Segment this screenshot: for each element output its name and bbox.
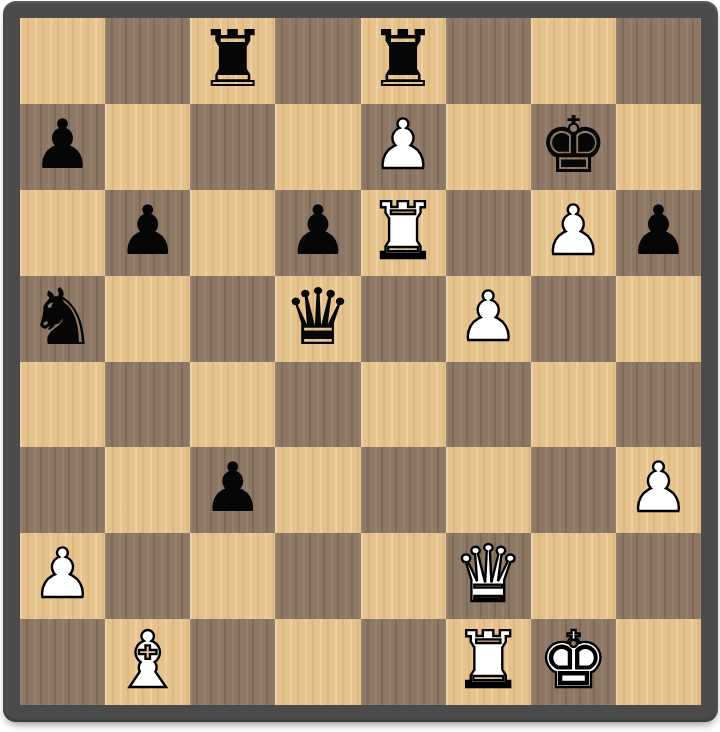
square-d6[interactable]: ♟ (275, 190, 360, 276)
white-rook-f1[interactable]: ♜ (453, 621, 523, 699)
square-d5[interactable]: ♛ (275, 276, 360, 362)
square-h5[interactable] (616, 276, 701, 362)
white-pawn-e7[interactable]: ♟ (373, 111, 434, 179)
square-f1[interactable]: ♜ (446, 619, 531, 705)
square-h2[interactable] (616, 533, 701, 619)
square-d2[interactable] (275, 533, 360, 619)
square-c4[interactable] (190, 362, 275, 448)
square-c3[interactable]: ♟ (190, 447, 275, 533)
board-frame: ♜♜♟♟♚♟♟♜♟♟♞♛♟♟♟♟♛♝♜♚ (3, 1, 718, 722)
square-h3[interactable]: ♟ (616, 447, 701, 533)
square-c8[interactable]: ♜ (190, 18, 275, 104)
square-a7[interactable]: ♟ (20, 104, 105, 190)
square-h4[interactable] (616, 362, 701, 448)
black-pawn-c3[interactable]: ♟ (202, 454, 263, 522)
square-g2[interactable] (531, 533, 616, 619)
square-a5[interactable]: ♞ (20, 276, 105, 362)
square-a3[interactable] (20, 447, 105, 533)
square-b3[interactable] (105, 447, 190, 533)
square-e4[interactable] (361, 362, 446, 448)
square-d3[interactable] (275, 447, 360, 533)
square-a8[interactable] (20, 18, 105, 104)
square-a1[interactable] (20, 619, 105, 705)
square-f3[interactable] (446, 447, 531, 533)
square-d7[interactable] (275, 104, 360, 190)
square-g7[interactable]: ♚ (531, 104, 616, 190)
square-b4[interactable] (105, 362, 190, 448)
square-d1[interactable] (275, 619, 360, 705)
square-a6[interactable] (20, 190, 105, 276)
square-b5[interactable] (105, 276, 190, 362)
square-e5[interactable] (361, 276, 446, 362)
square-e2[interactable] (361, 533, 446, 619)
white-bishop-b1[interactable]: ♝ (113, 621, 183, 699)
black-rook-c8[interactable]: ♜ (198, 20, 268, 98)
black-queen-d5[interactable]: ♛ (283, 278, 353, 356)
square-f8[interactable] (446, 18, 531, 104)
square-h8[interactable] (616, 18, 701, 104)
square-g3[interactable] (531, 447, 616, 533)
square-b2[interactable] (105, 533, 190, 619)
white-rook-e6[interactable]: ♜ (368, 192, 438, 270)
square-e6[interactable]: ♜ (361, 190, 446, 276)
square-h6[interactable]: ♟ (616, 190, 701, 276)
black-pawn-d6[interactable]: ♟ (287, 197, 348, 265)
square-a4[interactable] (20, 362, 105, 448)
square-d8[interactable] (275, 18, 360, 104)
square-g5[interactable] (531, 276, 616, 362)
square-b1[interactable]: ♝ (105, 619, 190, 705)
white-king-g1[interactable]: ♚ (538, 621, 608, 699)
white-pawn-h3[interactable]: ♟ (628, 454, 689, 522)
square-b7[interactable] (105, 104, 190, 190)
black-knight-a5[interactable]: ♞ (28, 278, 98, 356)
square-c6[interactable] (190, 190, 275, 276)
chess-board: ♜♜♟♟♚♟♟♜♟♟♞♛♟♟♟♟♛♝♜♚ (20, 18, 701, 705)
white-pawn-a2[interactable]: ♟ (32, 540, 93, 608)
black-rook-e8[interactable]: ♜ (368, 20, 438, 98)
black-king-g7[interactable]: ♚ (538, 106, 608, 184)
square-c5[interactable] (190, 276, 275, 362)
square-h7[interactable] (616, 104, 701, 190)
square-f6[interactable] (446, 190, 531, 276)
square-c1[interactable] (190, 619, 275, 705)
square-e1[interactable] (361, 619, 446, 705)
square-g4[interactable] (531, 362, 616, 448)
square-g8[interactable] (531, 18, 616, 104)
square-b8[interactable] (105, 18, 190, 104)
square-f4[interactable] (446, 362, 531, 448)
square-a2[interactable]: ♟ (20, 533, 105, 619)
black-pawn-a7[interactable]: ♟ (32, 111, 93, 179)
square-h1[interactable] (616, 619, 701, 705)
white-pawn-f5[interactable]: ♟ (458, 283, 519, 351)
square-d4[interactable] (275, 362, 360, 448)
square-c2[interactable] (190, 533, 275, 619)
black-pawn-h6[interactable]: ♟ (628, 197, 689, 265)
square-g6[interactable]: ♟ (531, 190, 616, 276)
white-pawn-g6[interactable]: ♟ (543, 197, 604, 265)
square-g1[interactable]: ♚ (531, 619, 616, 705)
square-b6[interactable]: ♟ (105, 190, 190, 276)
black-pawn-b6[interactable]: ♟ (117, 197, 178, 265)
square-e3[interactable] (361, 447, 446, 533)
square-f2[interactable]: ♛ (446, 533, 531, 619)
square-f7[interactable] (446, 104, 531, 190)
square-c7[interactable] (190, 104, 275, 190)
square-e7[interactable]: ♟ (361, 104, 446, 190)
square-f5[interactable]: ♟ (446, 276, 531, 362)
white-queen-f2[interactable]: ♛ (453, 535, 523, 613)
square-e8[interactable]: ♜ (361, 18, 446, 104)
